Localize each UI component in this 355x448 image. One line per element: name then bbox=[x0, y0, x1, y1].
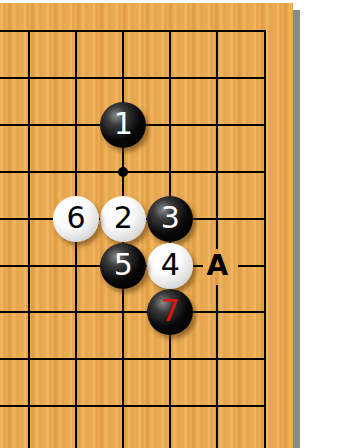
move-number-1: 1 bbox=[114, 109, 133, 141]
grid-hline-6 bbox=[0, 311, 266, 313]
move-number-6: 6 bbox=[67, 203, 86, 235]
go-board[interactable]: 1234567A bbox=[0, 3, 293, 448]
stone-black-1-Q17[interactable]: 1 bbox=[100, 102, 146, 148]
grid-hline-3 bbox=[0, 171, 266, 173]
move-number-2: 2 bbox=[114, 203, 133, 235]
stone-black-5-Q14[interactable]: 5 bbox=[100, 243, 146, 289]
stone-white-2-Q15[interactable]: 2 bbox=[100, 196, 146, 242]
board-drop-shadow bbox=[293, 10, 300, 448]
grid-hline-8 bbox=[0, 405, 266, 407]
star-point-Q16 bbox=[118, 167, 128, 177]
point-label-A-S14[interactable]: A bbox=[200, 249, 234, 283]
stone-white-6-P15[interactable]: 6 bbox=[53, 196, 99, 242]
go-diagram: 1234567A bbox=[0, 0, 355, 448]
grid-vline-4-a bbox=[216, 30, 218, 249]
move-number-4: 4 bbox=[161, 250, 180, 282]
grid-hline-5-b bbox=[238, 265, 266, 267]
move-number-5: 5 bbox=[114, 250, 133, 282]
grid-vline-5 bbox=[264, 30, 266, 448]
stone-black-3-R15[interactable]: 3 bbox=[147, 196, 193, 242]
grid-vline-0 bbox=[28, 30, 30, 448]
grid-hline-7 bbox=[0, 358, 266, 360]
move-number-3: 3 bbox=[161, 203, 180, 235]
stone-white-4-R14[interactable]: 4 bbox=[147, 243, 193, 289]
move-number-7: 7 bbox=[161, 296, 180, 328]
grid-hline-0 bbox=[0, 30, 266, 32]
stone-black-7-R13[interactable]: 7 bbox=[147, 289, 193, 335]
grid-vline-4-b bbox=[216, 285, 218, 448]
grid-hline-1 bbox=[0, 77, 266, 79]
